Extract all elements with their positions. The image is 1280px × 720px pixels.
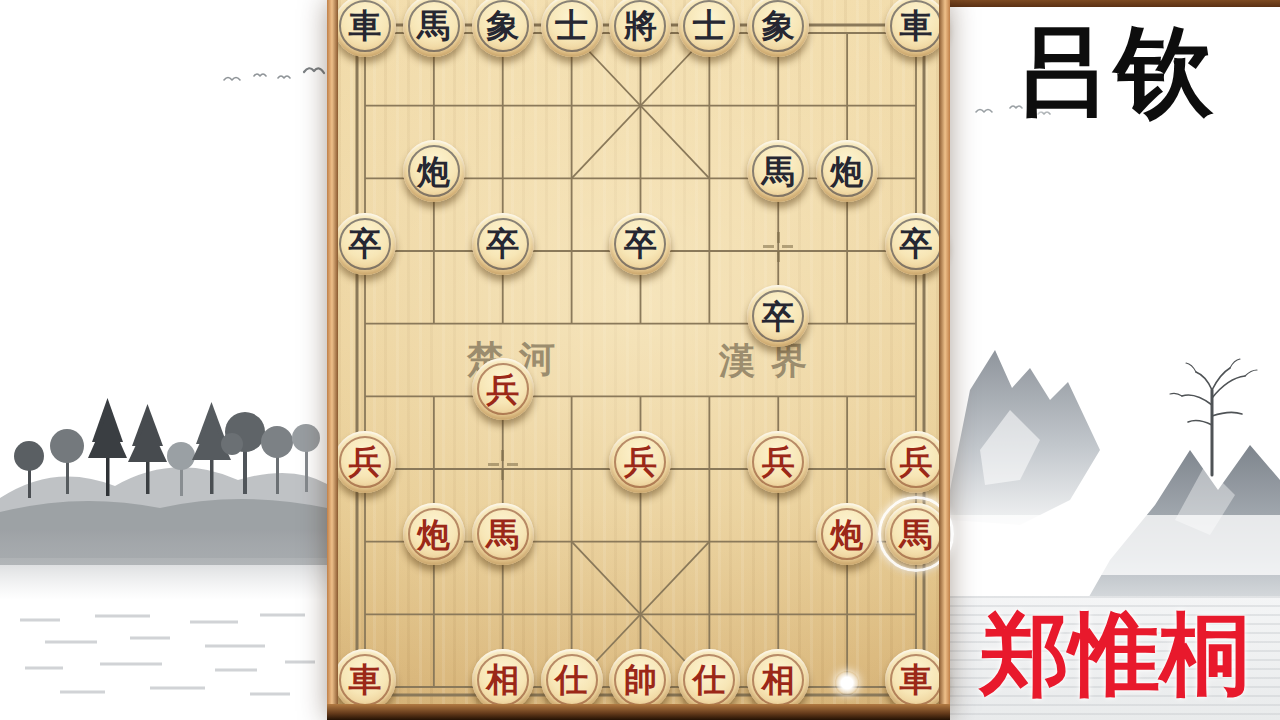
black-soldier-piece[interactable]: 卒: [472, 213, 534, 275]
black-soldier-piece[interactable]: 卒: [885, 213, 947, 275]
right-background-panel: 吕钦 郑惟桐: [950, 0, 1280, 720]
red-chariot-piece[interactable]: 車: [334, 649, 396, 711]
piece-character: 仕: [555, 663, 588, 696]
black-elephant-piece[interactable]: 象: [747, 0, 809, 57]
black-elephant-piece[interactable]: 象: [472, 0, 534, 57]
piece-character: 帥: [624, 663, 657, 696]
piece-character: 兵: [762, 445, 795, 478]
piece-character: 將: [624, 9, 657, 42]
board-wood-edge-right: [939, 0, 950, 720]
red-advisor-piece[interactable]: 仕: [541, 649, 603, 711]
red-soldier-piece[interactable]: 兵: [334, 431, 396, 493]
piece-character: 士: [693, 9, 726, 42]
red-chariot-piece[interactable]: 車: [885, 649, 947, 711]
red-general-piece[interactable]: 帥: [609, 649, 671, 711]
piece-character: 車: [899, 663, 932, 696]
black-cannon-piece[interactable]: 炮: [816, 140, 878, 202]
red-horse-piece[interactable]: 馬: [885, 503, 947, 565]
piece-character: 炮: [831, 518, 864, 551]
point-marker: [763, 232, 793, 262]
piece-character: 車: [348, 663, 381, 696]
board-wood-edge-bottom: [327, 704, 950, 720]
piece-character: 卒: [762, 300, 795, 333]
piece-character: 馬: [417, 9, 450, 42]
red-soldier-piece[interactable]: 兵: [472, 358, 534, 420]
left-background-panel: [0, 0, 327, 720]
red-elephant-piece[interactable]: 相: [747, 649, 809, 711]
black-advisor-piece[interactable]: 士: [541, 0, 603, 57]
top-player-name: 吕钦: [950, 22, 1280, 120]
piece-character: 車: [348, 9, 381, 42]
red-soldier-piece[interactable]: 兵: [747, 431, 809, 493]
piece-character: 馬: [899, 518, 932, 551]
piece-character: 馬: [762, 155, 795, 188]
board-wood-edge-left: [327, 0, 338, 720]
birds-left-icon: [220, 58, 327, 98]
red-soldier-piece[interactable]: 兵: [609, 431, 671, 493]
red-advisor-piece[interactable]: 仕: [678, 649, 740, 711]
red-elephant-piece[interactable]: 相: [472, 649, 534, 711]
black-soldier-piece[interactable]: 卒: [609, 213, 671, 275]
piece-character: 仕: [693, 663, 726, 696]
red-soldier-piece[interactable]: 兵: [885, 431, 947, 493]
piece-character: 象: [762, 9, 795, 42]
piece-character: 卒: [348, 227, 381, 260]
bottom-player-name: 郑惟桐: [950, 608, 1280, 698]
piece-character: 炮: [831, 155, 864, 188]
screenshot-stage: 吕钦 郑惟桐 楚河 漢界 車馬象士將士象車炮馬炮卒卒卒卒卒兵兵兵兵兵炮馬炮馬車相…: [0, 0, 1280, 720]
piece-character: 炮: [417, 155, 450, 188]
black-horse-piece[interactable]: 馬: [747, 140, 809, 202]
red-horse-piece[interactable]: 馬: [472, 503, 534, 565]
black-soldier-piece[interactable]: 卒: [747, 285, 809, 347]
black-cannon-piece[interactable]: 炮: [403, 140, 465, 202]
black-chariot-piece[interactable]: 車: [885, 0, 947, 57]
piece-character: 兵: [486, 373, 519, 406]
piece-character: 馬: [486, 518, 519, 551]
piece-character: 兵: [348, 445, 381, 478]
piece-character: 卒: [899, 227, 932, 260]
piece-character: 卒: [486, 227, 519, 260]
piece-character: 象: [486, 9, 519, 42]
red-cannon-piece[interactable]: 炮: [403, 503, 465, 565]
piece-character: 士: [555, 9, 588, 42]
xiangqi-board[interactable]: 楚河 漢界 車馬象士將士象車炮馬炮卒卒卒卒卒兵兵兵兵兵炮馬炮馬車相仕帥仕相車: [327, 0, 950, 720]
piece-character: 車: [899, 9, 932, 42]
black-advisor-piece[interactable]: 士: [678, 0, 740, 57]
piece-character: 炮: [417, 518, 450, 551]
piece-character: 卒: [624, 227, 657, 260]
piece-character: 兵: [624, 445, 657, 478]
top-brown-strip: [950, 0, 1280, 7]
last-move-origin-dot: [835, 671, 859, 695]
black-soldier-piece[interactable]: 卒: [334, 213, 396, 275]
piece-character: 兵: [899, 445, 932, 478]
red-cannon-piece[interactable]: 炮: [816, 503, 878, 565]
black-chariot-piece[interactable]: 車: [334, 0, 396, 57]
black-horse-piece[interactable]: 馬: [403, 0, 465, 57]
lakeside-trees-illustration: [0, 380, 327, 720]
piece-character: 相: [486, 663, 519, 696]
point-marker: [488, 450, 518, 480]
piece-grid: 車馬象士將士象車炮馬炮卒卒卒卒卒兵兵兵兵兵炮馬炮馬車相仕帥仕相車: [331, 0, 951, 720]
piece-character: 相: [762, 663, 795, 696]
black-general-piece[interactable]: 將: [609, 0, 671, 57]
